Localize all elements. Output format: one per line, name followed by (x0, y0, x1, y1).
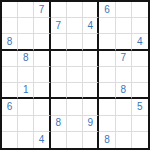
given-digit: 8 (23, 53, 29, 63)
given-digit: 9 (87, 118, 93, 128)
sudoku-cell-r2c5[interactable] (67, 18, 83, 34)
sudoku-cell-r6c2[interactable]: 1 (18, 83, 34, 99)
sudoku-cell-r7c1[interactable]: 6 (2, 99, 18, 115)
sudoku-cell-r7c3[interactable] (34, 99, 50, 115)
sudoku-cell-r4c2[interactable]: 8 (18, 51, 34, 67)
sudoku-cell-r3c2[interactable] (18, 34, 34, 50)
sudoku-cell-r8c5[interactable] (67, 116, 83, 132)
sudoku-cell-r4c4[interactable] (51, 51, 67, 67)
sudoku-cell-r6c9[interactable] (132, 83, 148, 99)
sudoku-cell-r9c5[interactable] (67, 132, 83, 148)
sudoku-cell-r8c9[interactable] (132, 116, 148, 132)
sudoku-cell-r1c7[interactable]: 6 (99, 2, 115, 18)
sudoku-cell-r1c5[interactable] (67, 2, 83, 18)
sudoku-cell-r6c3[interactable] (34, 83, 50, 99)
sudoku-cell-r1c9[interactable] (132, 2, 148, 18)
sudoku-cell-r1c3[interactable]: 7 (34, 2, 50, 18)
sudoku-cell-r6c5[interactable] (67, 83, 83, 99)
sudoku-cell-r9c6[interactable] (83, 132, 99, 148)
given-digit: 4 (137, 37, 143, 47)
sudoku-cell-r4c7[interactable] (99, 51, 115, 67)
sudoku-cell-r3c3[interactable] (34, 34, 50, 50)
sudoku-cell-r9c9[interactable] (132, 132, 148, 148)
sudoku-cell-r7c6[interactable] (83, 99, 99, 115)
sudoku-cell-r1c8[interactable] (116, 2, 132, 18)
sudoku-cell-r7c9[interactable]: 5 (132, 99, 148, 115)
sudoku-cell-r1c4[interactable] (51, 2, 67, 18)
sudoku-cell-r9c2[interactable] (18, 132, 34, 148)
sudoku-cell-r5c7[interactable] (99, 67, 115, 83)
sudoku-cell-r4c9[interactable] (132, 51, 148, 67)
sudoku-cell-r7c5[interactable] (67, 99, 83, 115)
sudoku-cell-r8c6[interactable]: 9 (83, 116, 99, 132)
given-digit: 8 (55, 118, 61, 128)
sudoku-cell-r6c1[interactable] (2, 83, 18, 99)
given-digit: 8 (7, 37, 13, 47)
sudoku-cell-r9c8[interactable] (116, 132, 132, 148)
sudoku-cell-r3c1[interactable]: 8 (2, 34, 18, 50)
given-digit: 7 (39, 5, 45, 15)
sudoku-cell-r8c8[interactable] (116, 116, 132, 132)
sudoku-cell-r2c6[interactable]: 4 (83, 18, 99, 34)
sudoku-cell-r3c5[interactable] (67, 34, 83, 50)
sudoku-cell-r3c7[interactable] (99, 34, 115, 50)
sudoku-cell-r3c4[interactable] (51, 34, 67, 50)
sudoku-cell-r5c2[interactable] (18, 67, 34, 83)
sudoku-cell-r8c3[interactable] (34, 116, 50, 132)
sudoku-cell-r5c5[interactable] (67, 67, 83, 83)
given-digit: 8 (104, 135, 110, 145)
given-digit: 1 (23, 85, 29, 95)
sudoku-cell-r2c3[interactable] (34, 18, 50, 34)
given-digit: 5 (137, 102, 143, 112)
sudoku-cell-r4c6[interactable] (83, 51, 99, 67)
sudoku-cell-r7c2[interactable] (18, 99, 34, 115)
sudoku-board: 7674848718658948 (0, 0, 150, 150)
given-digit: 6 (104, 5, 110, 15)
sudoku-cell-r5c9[interactable] (132, 67, 148, 83)
sudoku-cell-r2c7[interactable] (99, 18, 115, 34)
sudoku-cell-r2c9[interactable] (132, 18, 148, 34)
sudoku-cell-r7c4[interactable] (51, 99, 67, 115)
sudoku-cell-r6c8[interactable]: 8 (116, 83, 132, 99)
sudoku-cell-r9c3[interactable]: 4 (34, 132, 50, 148)
given-digit: 6 (7, 102, 13, 112)
sudoku-cell-r5c4[interactable] (51, 67, 67, 83)
given-digit: 4 (39, 135, 45, 145)
given-digit: 7 (120, 53, 126, 63)
given-digit: 7 (55, 21, 61, 31)
sudoku-cell-r4c8[interactable]: 7 (116, 51, 132, 67)
sudoku-cell-r2c8[interactable] (116, 18, 132, 34)
sudoku-cell-r6c6[interactable] (83, 83, 99, 99)
sudoku-cell-r6c7[interactable] (99, 83, 115, 99)
sudoku-cell-r2c4[interactable]: 7 (51, 18, 67, 34)
given-digit: 4 (87, 21, 93, 31)
sudoku-cell-r4c5[interactable] (67, 51, 83, 67)
sudoku-cell-r5c6[interactable] (83, 67, 99, 83)
sudoku-cell-r8c2[interactable] (18, 116, 34, 132)
sudoku-cell-r5c1[interactable] (2, 67, 18, 83)
sudoku-cell-r4c1[interactable] (2, 51, 18, 67)
sudoku-cell-r9c4[interactable] (51, 132, 67, 148)
sudoku-cell-r9c7[interactable]: 8 (99, 132, 115, 148)
sudoku-cell-r3c9[interactable]: 4 (132, 34, 148, 50)
given-digit: 8 (120, 85, 126, 95)
sudoku-cell-r1c6[interactable] (83, 2, 99, 18)
sudoku-cell-r3c8[interactable] (116, 34, 132, 50)
sudoku-cell-r3c6[interactable] (83, 34, 99, 50)
sudoku-cell-r8c4[interactable]: 8 (51, 116, 67, 132)
sudoku-cell-r8c1[interactable] (2, 116, 18, 132)
sudoku-cell-r8c7[interactable] (99, 116, 115, 132)
sudoku-cell-r4c3[interactable] (34, 51, 50, 67)
sudoku-cell-r1c2[interactable] (18, 2, 34, 18)
sudoku-cell-r5c8[interactable] (116, 67, 132, 83)
sudoku-cell-r9c1[interactable] (2, 132, 18, 148)
sudoku-cell-r2c1[interactable] (2, 18, 18, 34)
sudoku-cell-r5c3[interactable] (34, 67, 50, 83)
sudoku-cell-r7c7[interactable] (99, 99, 115, 115)
sudoku-cell-r7c8[interactable] (116, 99, 132, 115)
sudoku-cell-r6c4[interactable] (51, 83, 67, 99)
sudoku-cell-r1c1[interactable] (2, 2, 18, 18)
sudoku-cell-r2c2[interactable] (18, 18, 34, 34)
